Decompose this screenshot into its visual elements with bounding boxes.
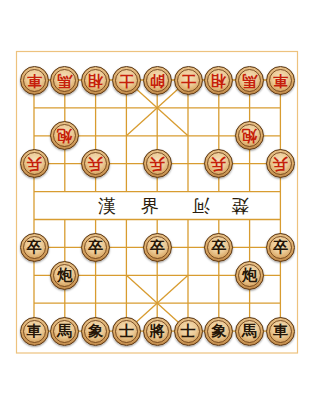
piece-red-soldier[interactable]: 兵	[81, 149, 110, 178]
piece-glyph: 車	[267, 318, 294, 345]
piece-black-cannon[interactable]: 炮	[235, 261, 264, 290]
piece-black-elephant[interactable]: 象	[81, 317, 110, 346]
piece-red-soldier[interactable]: 兵	[20, 149, 49, 178]
piece-glyph: 將	[144, 318, 171, 345]
piece-black-horse[interactable]: 馬	[235, 317, 264, 346]
piece-glyph: 象	[205, 318, 232, 345]
piece-red-general[interactable]: 帥	[143, 66, 172, 95]
piece-red-advisor[interactable]: 士	[112, 66, 141, 95]
piece-glyph: 相	[82, 67, 109, 94]
piece-glyph: 卒	[144, 234, 171, 261]
piece-black-chariot[interactable]: 車	[20, 317, 49, 346]
piece-glyph: 馬	[236, 67, 263, 94]
piece-black-soldier[interactable]: 卒	[204, 233, 233, 262]
piece-red-cannon[interactable]: 炮	[50, 121, 79, 150]
piece-glyph: 兵	[21, 150, 48, 177]
piece-black-horse[interactable]: 馬	[50, 317, 79, 346]
piece-glyph: 士	[175, 67, 202, 94]
piece-glyph: 馬	[236, 318, 263, 345]
piece-glyph: 士	[113, 318, 140, 345]
piece-glyph: 兵	[267, 150, 294, 177]
piece-glyph: 炮	[51, 262, 78, 289]
river-char: 楚	[229, 195, 251, 217]
piece-red-cannon[interactable]: 炮	[235, 121, 264, 150]
piece-glyph: 炮	[51, 122, 78, 149]
piece-black-soldier[interactable]: 卒	[266, 233, 295, 262]
xiangqi-board: 漢界河楚 車馬相士帥士相馬車炮炮兵兵兵兵兵卒卒卒卒卒炮炮車馬象士將士象馬車	[0, 0, 310, 414]
piece-glyph: 兵	[144, 150, 171, 177]
piece-glyph: 士	[113, 67, 140, 94]
piece-red-chariot[interactable]: 車	[20, 66, 49, 95]
piece-glyph: 帥	[144, 67, 171, 94]
piece-glyph: 相	[205, 67, 232, 94]
piece-glyph: 卒	[21, 234, 48, 261]
piece-black-soldier[interactable]: 卒	[143, 233, 172, 262]
piece-red-elephant[interactable]: 相	[81, 66, 110, 95]
piece-glyph: 炮	[236, 262, 263, 289]
piece-black-advisor[interactable]: 士	[174, 317, 203, 346]
piece-red-soldier[interactable]: 兵	[266, 149, 295, 178]
piece-glyph: 兵	[205, 150, 232, 177]
river-char: 河	[190, 195, 212, 217]
piece-red-advisor[interactable]: 士	[174, 66, 203, 95]
piece-glyph: 卒	[267, 234, 294, 261]
piece-black-soldier[interactable]: 卒	[20, 233, 49, 262]
piece-black-elephant[interactable]: 象	[204, 317, 233, 346]
piece-glyph: 士	[175, 318, 202, 345]
piece-red-chariot[interactable]: 車	[266, 66, 295, 95]
piece-red-soldier[interactable]: 兵	[204, 149, 233, 178]
piece-glyph: 卒	[82, 234, 109, 261]
piece-red-elephant[interactable]: 相	[204, 66, 233, 95]
piece-glyph: 車	[21, 67, 48, 94]
piece-glyph: 馬	[51, 67, 78, 94]
river-char: 界	[139, 195, 161, 217]
piece-black-cannon[interactable]: 炮	[50, 261, 79, 290]
piece-glyph: 卒	[205, 234, 232, 261]
piece-red-horse[interactable]: 馬	[50, 66, 79, 95]
piece-red-soldier[interactable]: 兵	[143, 149, 172, 178]
river-char: 漢	[96, 195, 118, 217]
piece-glyph: 車	[267, 67, 294, 94]
piece-black-advisor[interactable]: 士	[112, 317, 141, 346]
piece-glyph: 馬	[51, 318, 78, 345]
piece-black-general[interactable]: 將	[143, 317, 172, 346]
piece-black-chariot[interactable]: 車	[266, 317, 295, 346]
piece-glyph: 象	[82, 318, 109, 345]
piece-black-soldier[interactable]: 卒	[81, 233, 110, 262]
piece-glyph: 車	[21, 318, 48, 345]
piece-red-horse[interactable]: 馬	[235, 66, 264, 95]
piece-glyph: 炮	[236, 122, 263, 149]
piece-glyph: 兵	[82, 150, 109, 177]
